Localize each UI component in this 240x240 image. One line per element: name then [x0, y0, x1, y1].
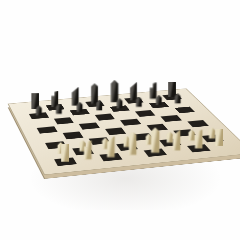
square-c5	[76, 122, 102, 131]
piece-black-king: ♚	[109, 80, 119, 102]
piece-black-knight: ♞	[148, 82, 157, 99]
scene: ♜♞♝♛♚♝♞♜♟♟♟♟♟♟♟♟♙♙♙♙♙♙♙♙♖♘♗♕♔♗♘♖	[0, 0, 240, 240]
chess-set-photo: ♜♞♝♛♚♝♞♜♟♟♟♟♟♟♟♟♙♙♙♙♙♙♙♙♖♘♗♕♔♗♘♖	[0, 0, 240, 240]
square-e1: ♔	[141, 148, 170, 158]
square-a5	[34, 126, 60, 135]
piece-black-bishop: ♝	[129, 82, 138, 101]
piece-white-rook: ♖	[60, 143, 71, 162]
piece-white-knight: ♘	[193, 130, 204, 149]
chessboard: ♜♞♝♛♚♝♞♜♟♟♟♟♟♟♟♟♙♙♙♙♙♙♙♙♖♘♗♕♔♗♘♖	[8, 89, 240, 175]
piece-white-rook: ♖	[215, 129, 226, 147]
piece-black-bishop: ♝	[70, 87, 79, 106]
piece-black-rook: ♜	[167, 82, 176, 98]
piece-black-queen: ♛	[90, 83, 99, 104]
board-grid: ♜♞♝♛♚♝♞♜♟♟♟♟♟♟♟♟♙♙♙♙♙♙♙♙♖♘♗♕♔♗♘♖	[23, 93, 235, 167]
square-h6	[171, 106, 197, 114]
